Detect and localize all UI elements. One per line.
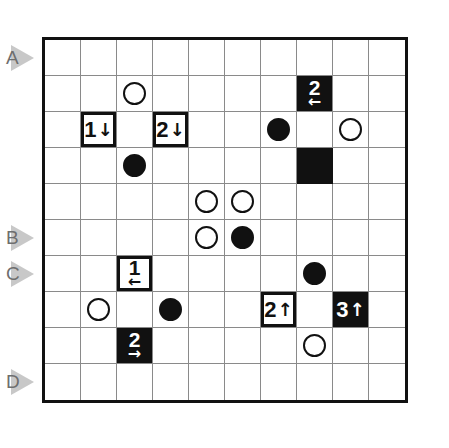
cell-r8c5[interactable] — [225, 328, 261, 364]
cell-r7c0[interactable] — [45, 292, 81, 328]
cell-r3c0[interactable] — [45, 148, 81, 184]
cell-r3c4[interactable] — [189, 148, 225, 184]
cell-r7c2[interactable] — [117, 292, 153, 328]
cell-r7c5[interactable] — [225, 292, 261, 328]
cell-r7c1[interactable] — [81, 292, 117, 328]
black-circle-icon — [303, 262, 326, 285]
cell-r1c9[interactable] — [369, 76, 405, 112]
cell-r8c9[interactable] — [369, 328, 405, 364]
cell-r7c4[interactable] — [189, 292, 225, 328]
row-marker-letter: C — [6, 261, 20, 287]
cell-r1c1[interactable] — [81, 76, 117, 112]
cell-r8c4[interactable] — [189, 328, 225, 364]
up-arrow-icon: ↑ — [350, 300, 365, 320]
row-marker-c: C — [6, 261, 36, 287]
cell-r6c0[interactable] — [45, 256, 81, 292]
cell-r1c2[interactable] — [117, 76, 153, 112]
black-circle-icon — [231, 226, 254, 249]
clue-number: 3 — [336, 299, 348, 321]
cell-r6c8[interactable] — [333, 256, 369, 292]
cell-r4c7[interactable] — [297, 184, 333, 220]
black-clue-3-up: 3↑ — [333, 292, 368, 327]
cell-r9c5[interactable] — [225, 364, 261, 400]
cell-r4c0[interactable] — [45, 184, 81, 220]
cell-r2c2[interactable] — [117, 112, 153, 148]
row-marker-d: D — [6, 369, 36, 395]
cell-r0c9[interactable] — [369, 40, 405, 76]
cell-r8c2[interactable]: 2→ — [117, 328, 153, 364]
cell-r1c4[interactable] — [189, 76, 225, 112]
cell-r4c9[interactable] — [369, 184, 405, 220]
cell-r1c6[interactable] — [261, 76, 297, 112]
cell-r7c8[interactable]: 3↑ — [333, 292, 369, 328]
white-clue-1-down: 1↓ — [81, 112, 116, 147]
cell-r9c2[interactable] — [117, 364, 153, 400]
white-clue-2-down: 2↓ — [153, 112, 188, 147]
cell-r4c1[interactable] — [81, 184, 117, 220]
cell-r0c1[interactable] — [81, 40, 117, 76]
row-marker-letter: B — [6, 225, 19, 251]
cell-r9c8[interactable] — [333, 364, 369, 400]
cell-r1c3[interactable] — [153, 76, 189, 112]
left-arrow-icon: ← — [128, 275, 141, 288]
cell-r7c7[interactable] — [297, 292, 333, 328]
cell-r7c9[interactable] — [369, 292, 405, 328]
cell-r5c9[interactable] — [369, 220, 405, 256]
cell-r8c8[interactable] — [333, 328, 369, 364]
cell-r5c4[interactable] — [189, 220, 225, 256]
puzzle-board: 2←1↓2↓1←2↑3↑2→ — [42, 37, 408, 403]
cell-r8c7[interactable] — [297, 328, 333, 364]
cell-r7c3[interactable] — [153, 292, 189, 328]
cell-r2c1[interactable]: 1↓ — [81, 112, 117, 148]
cell-r0c8[interactable] — [333, 40, 369, 76]
cell-r8c1[interactable] — [81, 328, 117, 364]
cell-r9c1[interactable] — [81, 364, 117, 400]
cell-r6c9[interactable] — [369, 256, 405, 292]
cell-r2c7[interactable] — [297, 112, 333, 148]
row-marker-letter: D — [6, 369, 20, 395]
cell-r9c9[interactable] — [369, 364, 405, 400]
cell-r1c0[interactable] — [45, 76, 81, 112]
clue-number: 2 — [264, 299, 276, 321]
left-arrow-icon: ← — [308, 95, 321, 108]
cell-r4c8[interactable] — [333, 184, 369, 220]
cell-r5c1[interactable] — [81, 220, 117, 256]
up-arrow-icon: ↑ — [278, 300, 293, 320]
cell-r8c6[interactable] — [261, 328, 297, 364]
cell-r3c3[interactable] — [153, 148, 189, 184]
cell-r3c1[interactable] — [81, 148, 117, 184]
cell-r4c5[interactable] — [225, 184, 261, 220]
cell-r4c4[interactable] — [189, 184, 225, 220]
cell-r5c3[interactable] — [153, 220, 189, 256]
cell-r0c5[interactable] — [225, 40, 261, 76]
white-circle-icon — [303, 334, 326, 357]
cell-r6c1[interactable] — [81, 256, 117, 292]
cell-r3c5[interactable] — [225, 148, 261, 184]
cell-r6c4[interactable] — [189, 256, 225, 292]
cell-r8c3[interactable] — [153, 328, 189, 364]
cell-r5c5[interactable] — [225, 220, 261, 256]
cell-r5c7[interactable] — [297, 220, 333, 256]
cell-r4c6[interactable] — [261, 184, 297, 220]
cell-r5c6[interactable] — [261, 220, 297, 256]
cell-r1c8[interactable] — [333, 76, 369, 112]
white-clue-2-up: 2↑ — [261, 292, 296, 327]
cell-r9c4[interactable] — [189, 364, 225, 400]
cell-r9c3[interactable] — [153, 364, 189, 400]
row-marker-b: B — [6, 225, 36, 251]
white-circle-icon — [195, 226, 218, 249]
cell-r2c8[interactable] — [333, 112, 369, 148]
cell-r6c7[interactable] — [297, 256, 333, 292]
puzzle-canvas: 2←1↓2↓1←2↑3↑2→ ABCD — [0, 0, 449, 448]
white-circle-icon — [231, 190, 254, 213]
cell-r2c6[interactable] — [261, 112, 297, 148]
row-marker-letter: A — [6, 45, 19, 71]
cell-r0c2[interactable] — [117, 40, 153, 76]
black-circle-icon — [267, 118, 290, 141]
white-circle-icon — [123, 82, 146, 105]
cell-r2c5[interactable] — [225, 112, 261, 148]
cell-r1c7[interactable]: 2← — [297, 76, 333, 112]
clue-number: 1 — [84, 119, 96, 141]
right-arrow-icon: → — [128, 347, 141, 360]
black-clue-2-right: 2→ — [117, 328, 152, 363]
white-clue-1-left: 1← — [117, 256, 152, 291]
down-arrow-icon: ↓ — [98, 120, 113, 140]
cell-r4c3[interactable] — [153, 184, 189, 220]
cell-r3c7[interactable] — [297, 148, 333, 184]
cell-r9c6[interactable] — [261, 364, 297, 400]
cell-r2c4[interactable] — [189, 112, 225, 148]
cell-r3c9[interactable] — [369, 148, 405, 184]
white-circle-icon — [87, 298, 110, 321]
cell-r5c0[interactable] — [45, 220, 81, 256]
shaded-black-cell — [297, 148, 332, 183]
black-circle-icon — [123, 154, 146, 177]
clue-number: 2 — [156, 119, 168, 141]
cell-r0c3[interactable] — [153, 40, 189, 76]
cell-r0c6[interactable] — [261, 40, 297, 76]
cell-r3c2[interactable] — [117, 148, 153, 184]
row-marker-a: A — [6, 45, 36, 71]
cell-r0c0[interactable] — [45, 40, 81, 76]
cell-r2c3[interactable]: 2↓ — [153, 112, 189, 148]
cell-r6c2[interactable]: 1← — [117, 256, 153, 292]
cell-r0c7[interactable] — [297, 40, 333, 76]
cell-r5c2[interactable] — [117, 220, 153, 256]
cell-r8c0[interactable] — [45, 328, 81, 364]
cell-r2c9[interactable] — [369, 112, 405, 148]
cell-r5c8[interactable] — [333, 220, 369, 256]
cell-r4c2[interactable] — [117, 184, 153, 220]
cell-r3c6[interactable] — [261, 148, 297, 184]
black-circle-icon — [159, 298, 182, 321]
cell-r2c0[interactable] — [45, 112, 81, 148]
cell-r6c3[interactable] — [153, 256, 189, 292]
down-arrow-icon: ↓ — [170, 120, 185, 140]
cell-r9c0[interactable] — [45, 364, 81, 400]
cell-r0c4[interactable] — [189, 40, 225, 76]
black-clue-2-left: 2← — [297, 76, 332, 111]
cell-r7c6[interactable]: 2↑ — [261, 292, 297, 328]
cell-r6c5[interactable] — [225, 256, 261, 292]
cell-r3c8[interactable] — [333, 148, 369, 184]
cell-r1c5[interactable] — [225, 76, 261, 112]
white-circle-icon — [195, 190, 218, 213]
cell-r6c6[interactable] — [261, 256, 297, 292]
cell-r9c7[interactable] — [297, 364, 333, 400]
white-circle-icon — [339, 118, 362, 141]
